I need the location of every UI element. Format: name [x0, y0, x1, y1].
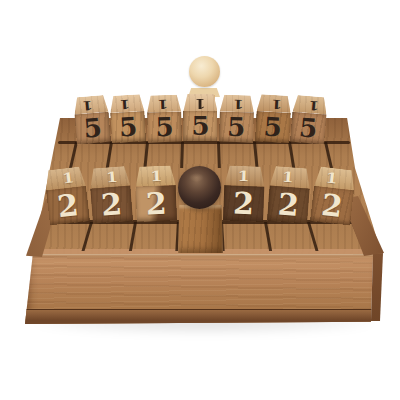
tile-front-number: 5: [227, 113, 246, 139]
back-row-tile-5[interactable]: 15: [219, 94, 254, 142]
box-front-panel: [25, 253, 382, 324]
tile-top-number: 1: [119, 98, 130, 111]
tile-front-face: 2: [135, 185, 176, 222]
tile-front-number: 2: [100, 189, 123, 221]
tile-front-face: 2: [90, 185, 133, 223]
tile-front-number: 5: [155, 113, 174, 139]
tile-front-face: 5: [147, 111, 182, 142]
back-row-tile-4[interactable]: 15: [183, 94, 217, 141]
tile-top-number: 1: [195, 96, 205, 108]
back-row-tile-3[interactable]: 15: [147, 94, 182, 142]
front-row-tile-3[interactable]: 12: [134, 165, 176, 221]
front-row-tile-1[interactable]: 12: [43, 166, 89, 225]
tile-front-face: 2: [46, 186, 90, 225]
tile-top-number: 1: [157, 97, 168, 110]
tile-top-number: 1: [238, 169, 250, 183]
tile-front-face: 5: [74, 112, 110, 145]
back-row-tile-6[interactable]: 15: [255, 95, 292, 144]
tile-top-face: 1: [220, 94, 254, 112]
light-ball-pawn[interactable]: [189, 56, 220, 87]
tile-front-number: 2: [56, 189, 80, 221]
back-row-tile-2[interactable]: 15: [110, 95, 147, 144]
back-row-tile-1[interactable]: 15: [73, 95, 111, 145]
tile-front-face: 5: [255, 111, 291, 143]
tile-front-number: 5: [298, 114, 318, 141]
scene: Shut the Box (two-player wooden flip-til…: [0, 0, 400, 400]
tile-front-face: 5: [219, 111, 254, 142]
tile-top-number: 1: [150, 169, 162, 183]
tile-top-number: 1: [233, 97, 244, 110]
tile-front-number: 2: [320, 189, 344, 221]
front-row-tile-7[interactable]: 12: [310, 166, 356, 225]
box-base-band: [25, 309, 382, 324]
tile-top-face: 1: [147, 94, 181, 112]
tile-top-face: 1: [183, 94, 217, 111]
tile-top-face: 1: [225, 165, 266, 187]
tile-front-number: 5: [82, 114, 102, 141]
tile-top-number: 1: [106, 169, 119, 184]
tile-front-number: 2: [276, 189, 299, 221]
front-row-tile-5[interactable]: 12: [223, 165, 265, 221]
tile-front-number: 2: [145, 188, 167, 219]
tile-front-face: 5: [290, 112, 326, 145]
tile-front-number: 5: [263, 114, 283, 141]
dark-pawn-post[interactable]: [178, 205, 223, 253]
tile-top-face: 1: [269, 165, 310, 188]
tile-front-face: 5: [183, 111, 217, 141]
tile-front-face: 5: [111, 111, 147, 143]
tile-front-face: 2: [267, 185, 310, 223]
tile-top-number: 1: [61, 170, 74, 185]
tile-front-number: 2: [233, 188, 255, 219]
tile-top-number: 1: [308, 98, 319, 111]
front-row-tile-6[interactable]: 12: [267, 165, 311, 223]
dark-ball-pawn[interactable]: [178, 166, 221, 209]
tile-front-face: 2: [223, 185, 264, 222]
tile-top-number: 1: [271, 98, 282, 111]
tile-front-number: 5: [119, 114, 139, 141]
tile-top-number: 1: [281, 169, 294, 184]
tile-front-number: 5: [191, 113, 209, 139]
front-row-tile-2[interactable]: 12: [89, 165, 133, 223]
tile-top-face: 1: [134, 165, 175, 187]
back-row-tile-7[interactable]: 15: [290, 95, 328, 145]
tile-front-face: 2: [310, 186, 354, 225]
tile-top-number: 1: [325, 170, 338, 185]
tile-top-number: 1: [81, 98, 92, 111]
